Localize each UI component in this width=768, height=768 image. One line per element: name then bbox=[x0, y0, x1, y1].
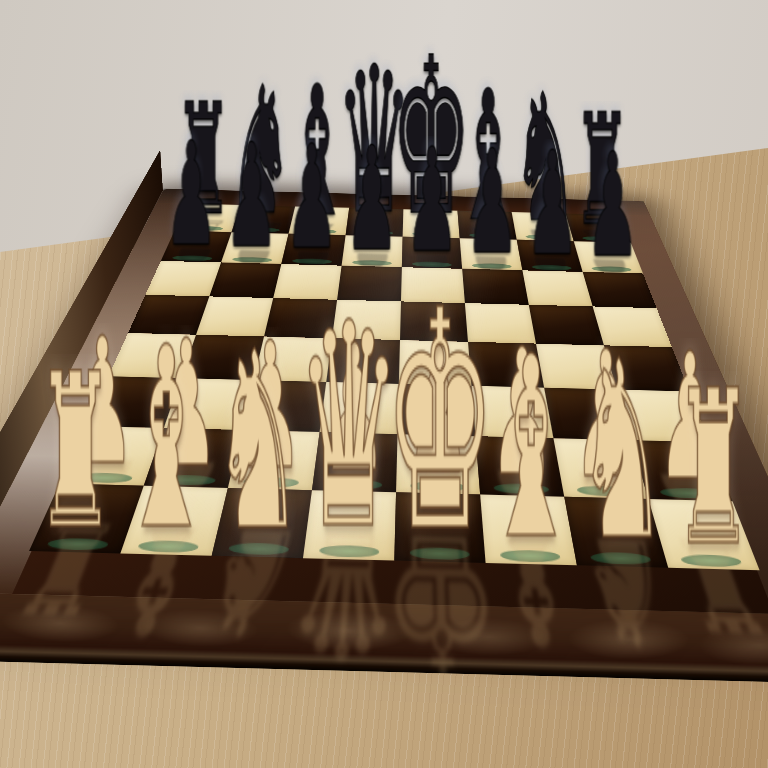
square-f1: ♝♝ bbox=[480, 495, 577, 566]
piece-white-knight: ♞ bbox=[212, 330, 303, 556]
board-front-edge bbox=[0, 592, 768, 683]
perspective-container: ♜♜♞♞♝♝♛♛♚♚♝♝♞♞♜♜♟♟♟♟♟♟♟♟♟♟♟♟♟♟♟♟♟♟♟♟♟♟♟♟… bbox=[0, 0, 768, 768]
piece-white-rook: ♜ bbox=[36, 355, 115, 551]
piece-black-pawn: ♟ bbox=[285, 132, 339, 264]
chessboard: ♜♜♞♞♝♝♛♛♚♚♝♝♞♞♜♜♟♟♟♟♟♟♟♟♟♟♟♟♟♟♟♟♟♟♟♟♟♟♟♟… bbox=[0, 189, 768, 616]
piece-black-pawn: ♟ bbox=[586, 140, 640, 272]
piece-black-pawn: ♟ bbox=[164, 129, 218, 261]
piece-white-bishop: ♝ bbox=[120, 324, 212, 553]
square-b6 bbox=[209, 262, 281, 298]
square-h7: ♟♟ bbox=[574, 241, 643, 273]
square-a7: ♟♟ bbox=[161, 231, 232, 263]
piece-white-king: ♚ bbox=[384, 283, 496, 561]
piece-white-rook: ♜ bbox=[674, 371, 753, 567]
square-g6 bbox=[522, 270, 592, 306]
piece-white-bishop: ♝ bbox=[485, 333, 577, 562]
square-d1: ♛♛ bbox=[303, 490, 396, 560]
square-b7: ♟♟ bbox=[221, 232, 289, 264]
square-e1: ♚♚ bbox=[394, 492, 485, 563]
square-g1: ♞♞ bbox=[564, 497, 668, 568]
piece-black-pawn: ♟ bbox=[526, 139, 580, 271]
piece-black-pawn: ♟ bbox=[225, 131, 279, 263]
square-b1: ♝♝ bbox=[120, 486, 228, 556]
square-c7: ♟♟ bbox=[281, 234, 345, 266]
square-g7: ♟♟ bbox=[517, 240, 583, 272]
photo-scene: ♜♜♞♞♝♝♛♛♚♚♝♝♞♞♜♜♟♟♟♟♟♟♟♟♟♟♟♟♟♟♟♟♟♟♟♟♟♟♟♟… bbox=[0, 0, 768, 768]
piece-white-knight: ♞ bbox=[577, 339, 668, 565]
